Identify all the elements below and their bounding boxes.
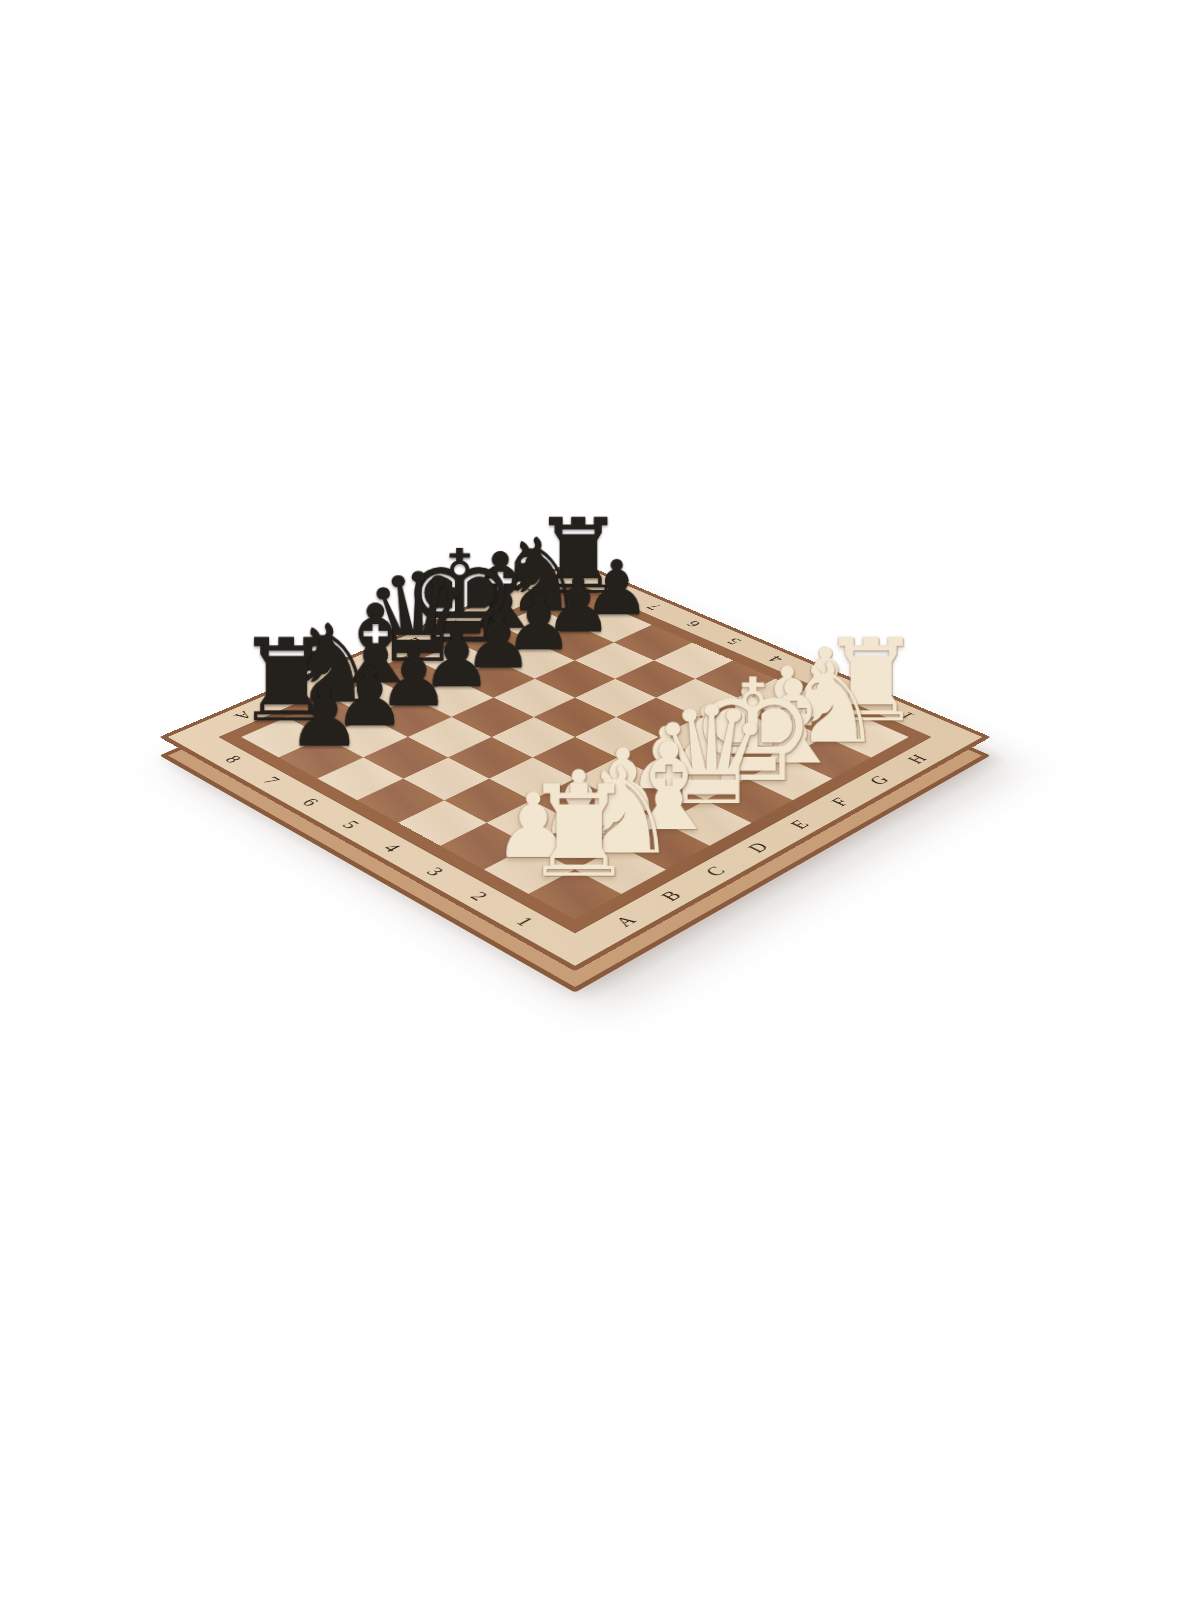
scene: AA11BB22CC33DD44EE55FF66GG77HH88 ♜♞♝♛♚♝♞… — [281, 443, 869, 1031]
piece-black-pawn-a7: ♟ — [287, 676, 362, 759]
file-label-h-near-band: H — [898, 750, 935, 768]
chessboard: AA11BB22CC33DD44EE55FF66GG77HH88 ♜♞♝♛♚♝♞… — [159, 560, 991, 971]
file-label-c-near-band: C — [695, 861, 735, 882]
file-label-g-near-band: G — [860, 771, 898, 790]
square-c6[interactable] — [408, 717, 491, 757]
file-label-e-near-band: E — [780, 814, 819, 834]
piece-white-rook-a1: ♜ — [522, 769, 635, 896]
rank-label-7-left-band: 7 — [252, 771, 290, 790]
photo-background: AA11BB22CC33DD44EE55FF66GG77HH88 ♜♞♝♛♚♝♞… — [0, 0, 1200, 1600]
rank-label-8-left-band: 8 — [214, 750, 251, 768]
playing-field: ♜♞♝♛♚♝♞♜♟♟♟♟♟♟♟♟♟♟♟♟♟♟♟♟♜♞♝♛♚♝♞♜ — [241, 592, 909, 920]
file-label-f-near-band: F — [821, 792, 859, 811]
board-frame: ♜♞♝♛♚♝♞♜♟♟♟♟♟♟♟♟♟♟♟♟♟♟♟♟♜♞♝♛♚♝♞♜ — [219, 583, 932, 934]
file-label-d-near-band: D — [738, 837, 778, 858]
file-label-b-near-band: B — [651, 885, 692, 907]
